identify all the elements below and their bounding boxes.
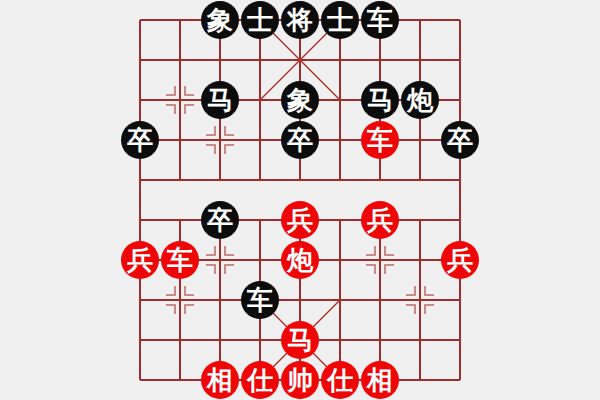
black-advisor[interactable]: 士: [321, 1, 359, 39]
black-soldier[interactable]: 卒: [441, 121, 479, 159]
black-chariot[interactable]: 车: [241, 281, 279, 319]
red-advisor[interactable]: 仕: [321, 361, 359, 399]
black-elephant[interactable]: 象: [201, 1, 239, 39]
black-general[interactable]: 将: [281, 1, 319, 39]
black-cannon[interactable]: 炮: [401, 81, 439, 119]
red-soldier[interactable]: 兵: [121, 241, 159, 279]
red-horse[interactable]: 马: [281, 321, 319, 359]
black-chariot[interactable]: 车: [361, 1, 399, 39]
red-soldier[interactable]: 兵: [281, 201, 319, 239]
red-soldier[interactable]: 兵: [441, 241, 479, 279]
red-soldier[interactable]: 兵: [361, 201, 399, 239]
black-soldier[interactable]: 卒: [121, 121, 159, 159]
red-general[interactable]: 帅: [281, 361, 319, 399]
red-advisor[interactable]: 仕: [241, 361, 279, 399]
xiangqi-app: 象士将士车马象马炮卒卒车卒卒兵兵兵车炮兵车马相仕帅仕相: [0, 0, 600, 400]
black-soldier[interactable]: 卒: [201, 201, 239, 239]
red-elephant[interactable]: 相: [361, 361, 399, 399]
black-horse[interactable]: 马: [201, 81, 239, 119]
red-chariot[interactable]: 车: [161, 241, 199, 279]
red-elephant[interactable]: 相: [201, 361, 239, 399]
black-soldier[interactable]: 卒: [281, 121, 319, 159]
black-horse[interactable]: 马: [361, 81, 399, 119]
red-cannon[interactable]: 炮: [281, 241, 319, 279]
black-advisor[interactable]: 士: [241, 1, 279, 39]
red-chariot[interactable]: 车: [361, 121, 399, 159]
black-elephant[interactable]: 象: [281, 81, 319, 119]
